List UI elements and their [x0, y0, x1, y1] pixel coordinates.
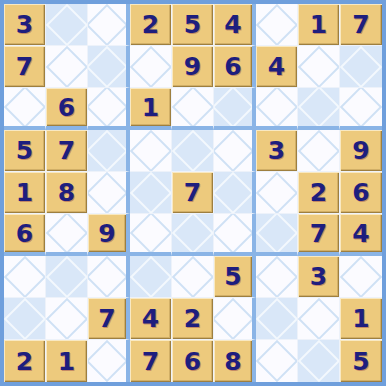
- cell-r9c9: 5: [340, 340, 382, 382]
- diamond-icon: [88, 130, 128, 172]
- cell-r6c7[interactable]: [256, 214, 298, 256]
- cell-r7c9[interactable]: [340, 256, 382, 298]
- cell-r5c9: 6: [340, 172, 382, 214]
- cell-r1c6: 4: [214, 4, 256, 46]
- cell-r6c6[interactable]: [214, 214, 256, 256]
- cell-r2c7: 4: [256, 46, 298, 88]
- diamond-icon: [130, 172, 172, 214]
- diamond-icon: [214, 214, 254, 254]
- diamond-icon: [298, 46, 340, 88]
- cell-r8c7[interactable]: [256, 298, 298, 340]
- cell-r7c7[interactable]: [256, 256, 298, 298]
- cell-r3c3[interactable]: [88, 88, 130, 130]
- cell-r6c3: 9: [88, 214, 130, 256]
- cell-r4c3[interactable]: [88, 130, 130, 172]
- cell-r5c8: 2: [298, 172, 340, 214]
- cell-r4c9: 9: [340, 130, 382, 172]
- cell-r5c6[interactable]: [214, 172, 256, 214]
- cell-r1c3[interactable]: [88, 4, 130, 46]
- cell-r3c4: 1: [130, 88, 172, 130]
- cell-r2c8[interactable]: [298, 46, 340, 88]
- cell-r5c7[interactable]: [256, 172, 298, 214]
- diamond-icon: [88, 46, 128, 88]
- cell-r1c1: 3: [4, 4, 46, 46]
- cell-r1c7[interactable]: [256, 4, 298, 46]
- diamond-icon: [340, 88, 382, 128]
- cell-r3c8[interactable]: [298, 88, 340, 130]
- cell-r3c6[interactable]: [214, 88, 256, 130]
- diamond-icon: [130, 256, 172, 298]
- cell-r7c3[interactable]: [88, 256, 130, 298]
- diamond-icon: [88, 172, 128, 214]
- diamond-icon: [214, 172, 254, 214]
- cell-r9c1: 2: [4, 340, 46, 382]
- diamond-icon: [256, 340, 298, 382]
- cell-r4c4[interactable]: [130, 130, 172, 172]
- diamond-icon: [46, 4, 88, 46]
- diamond-icon: [298, 298, 340, 340]
- cell-r5c5: 7: [172, 172, 214, 214]
- cell-r4c8[interactable]: [298, 130, 340, 172]
- cell-r1c8: 1: [298, 4, 340, 46]
- diamond-icon: [172, 256, 214, 298]
- cell-r7c4[interactable]: [130, 256, 172, 298]
- diamond-icon: [4, 256, 46, 298]
- cell-r9c8[interactable]: [298, 340, 340, 382]
- diamond-icon: [256, 214, 298, 254]
- diamond-icon: [340, 256, 382, 298]
- cell-r2c6: 6: [214, 46, 256, 88]
- diamond-icon: [88, 340, 128, 382]
- cell-r4c7: 3: [256, 130, 298, 172]
- cell-r6c4[interactable]: [130, 214, 172, 256]
- diamond-icon: [88, 88, 128, 128]
- diamond-icon: [256, 88, 298, 128]
- diamond-icon: [256, 4, 298, 46]
- cell-r9c4: 7: [130, 340, 172, 382]
- cell-r1c5: 5: [172, 4, 214, 46]
- cell-r6c2[interactable]: [46, 214, 88, 256]
- cell-r4c1: 5: [4, 130, 46, 172]
- cell-r8c5: 2: [172, 298, 214, 340]
- cell-r7c8: 3: [298, 256, 340, 298]
- cell-r8c9: 1: [340, 298, 382, 340]
- cell-r2c5: 9: [172, 46, 214, 88]
- cell-r8c8[interactable]: [298, 298, 340, 340]
- cell-r9c3[interactable]: [88, 340, 130, 382]
- cell-r8c1[interactable]: [4, 298, 46, 340]
- cell-r3c9[interactable]: [340, 88, 382, 130]
- diamond-icon: [298, 130, 340, 172]
- sudoku-board: 3254177964615739187266974537421217685: [0, 0, 386, 386]
- diamond-icon: [46, 298, 88, 340]
- cell-r1c9: 7: [340, 4, 382, 46]
- cell-r1c2[interactable]: [46, 4, 88, 46]
- cell-r6c1: 6: [4, 214, 46, 256]
- diamond-icon: [46, 256, 88, 298]
- cell-r3c2: 6: [46, 88, 88, 130]
- cell-r1c4: 2: [130, 4, 172, 46]
- cell-r9c2: 1: [46, 340, 88, 382]
- diamond-icon: [298, 340, 340, 382]
- diamond-icon: [256, 256, 298, 298]
- diamond-icon: [172, 130, 214, 172]
- cell-r6c8: 7: [298, 214, 340, 256]
- cell-r5c1: 1: [4, 172, 46, 214]
- cell-r6c9: 4: [340, 214, 382, 256]
- diamond-icon: [256, 298, 298, 340]
- cell-r9c5: 6: [172, 340, 214, 382]
- diamond-icon: [298, 88, 340, 128]
- cell-r3c1[interactable]: [4, 88, 46, 130]
- cell-r8c4: 4: [130, 298, 172, 340]
- cell-r2c4[interactable]: [130, 46, 172, 88]
- diamond-icon: [88, 256, 128, 298]
- diamond-icon: [46, 214, 88, 254]
- diamond-icon: [130, 214, 172, 254]
- cell-r4c5[interactable]: [172, 130, 214, 172]
- diamond-icon: [4, 298, 46, 340]
- cell-r5c3[interactable]: [88, 172, 130, 214]
- diamond-icon: [172, 88, 214, 128]
- cell-r5c4[interactable]: [130, 172, 172, 214]
- cell-r2c1: 7: [4, 46, 46, 88]
- diamond-icon: [214, 298, 254, 340]
- diamond-icon: [46, 46, 88, 88]
- diamond-icon: [4, 88, 46, 128]
- diamond-icon: [214, 130, 254, 172]
- diamond-icon: [256, 172, 298, 214]
- cell-r7c6: 5: [214, 256, 256, 298]
- diamond-icon: [214, 88, 254, 128]
- cell-r2c3[interactable]: [88, 46, 130, 88]
- cell-r7c1[interactable]: [4, 256, 46, 298]
- cell-r3c5[interactable]: [172, 88, 214, 130]
- diamond-icon: [340, 46, 382, 88]
- cell-r8c6[interactable]: [214, 298, 256, 340]
- cell-r2c2[interactable]: [46, 46, 88, 88]
- cell-r5c2: 8: [46, 172, 88, 214]
- cell-r7c5[interactable]: [172, 256, 214, 298]
- diamond-icon: [130, 130, 172, 172]
- cell-r2c9[interactable]: [340, 46, 382, 88]
- cell-r9c7[interactable]: [256, 340, 298, 382]
- cell-r8c3: 7: [88, 298, 130, 340]
- diamond-icon: [172, 214, 214, 254]
- cell-r3c7[interactable]: [256, 88, 298, 130]
- cell-r4c6[interactable]: [214, 130, 256, 172]
- cell-r8c2[interactable]: [46, 298, 88, 340]
- diamond-icon: [88, 4, 128, 46]
- cell-r9c6: 8: [214, 340, 256, 382]
- cell-r6c5[interactable]: [172, 214, 214, 256]
- diamond-icon: [130, 46, 172, 88]
- cell-r7c2[interactable]: [46, 256, 88, 298]
- cell-r4c2: 7: [46, 130, 88, 172]
